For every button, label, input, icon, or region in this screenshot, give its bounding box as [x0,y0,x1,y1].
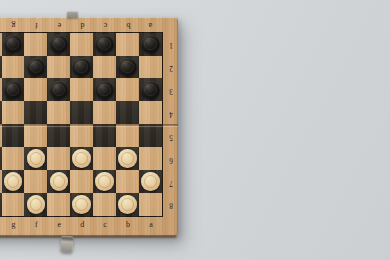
piece-white-f6[interactable] [27,149,46,168]
square-a1[interactable] [139,33,162,56]
file-label-top-g: g [2,20,25,30]
square-c1[interactable] [93,33,116,56]
square-e7[interactable] [47,170,70,193]
piece-black-g3[interactable] [4,81,23,100]
square-b1[interactable] [116,33,139,56]
square-d1[interactable] [70,33,93,56]
piece-white-g7[interactable] [4,172,23,191]
piece-white-a7[interactable] [141,172,160,191]
file-label-bottom-c: c [94,220,117,230]
square-g2[interactable] [2,56,25,79]
square-e3[interactable] [47,78,70,101]
rank-label-4: 4 [164,102,178,125]
piece-black-c3[interactable] [95,81,114,100]
piece-black-b2[interactable] [118,58,137,77]
square-f1[interactable] [24,33,47,56]
file-label-top-d: d [71,20,94,30]
hinge-icon [67,11,78,18]
square-c6[interactable] [93,147,116,170]
square-b2[interactable] [116,56,139,79]
square-a4[interactable] [139,101,162,124]
square-g5[interactable] [2,124,25,147]
square-c3[interactable] [93,78,116,101]
file-label-bottom-f: f [25,220,48,230]
square-e6[interactable] [47,147,70,170]
file-label-bottom-b: b [117,220,140,230]
file-label-top-b: b [117,20,140,30]
square-d8[interactable] [70,193,93,216]
piece-white-e7[interactable] [50,172,69,191]
file-label-bottom-d: d [71,220,94,230]
square-d6[interactable] [70,147,93,170]
square-g6[interactable] [2,147,25,170]
square-e4[interactable] [47,101,70,124]
checkerboard: hhggffeeddccbbaa12345678 [0,17,178,236]
square-c8[interactable] [93,193,116,216]
square-f5[interactable] [24,124,47,147]
file-label-top-f: f [25,20,48,30]
square-c2[interactable] [93,56,116,79]
square-g1[interactable] [2,33,25,56]
piece-black-f2[interactable] [27,58,46,77]
file-label-bottom-a: a [139,220,162,230]
square-f2[interactable] [24,56,47,79]
square-a7[interactable] [139,170,162,193]
square-e2[interactable] [47,56,70,79]
square-e8[interactable] [47,193,70,216]
square-b4[interactable] [116,101,139,124]
rank-label-3: 3 [164,79,178,102]
square-c5[interactable] [93,124,116,147]
square-f6[interactable] [24,147,47,170]
rank-label-5: 5 [164,125,178,148]
square-b3[interactable] [116,78,139,101]
rank-label-2: 2 [164,56,178,79]
square-d5[interactable] [70,124,93,147]
file-label-bottom-g: g [2,220,25,230]
square-d2[interactable] [70,56,93,79]
piece-white-b6[interactable] [118,149,137,168]
piece-black-a3[interactable] [141,81,160,100]
file-label-top-e: e [48,20,71,30]
square-e1[interactable] [47,33,70,56]
square-f3[interactable] [24,78,47,101]
square-c7[interactable] [93,170,116,193]
square-f8[interactable] [24,193,47,216]
piece-black-g1[interactable] [4,35,23,54]
file-label-top-c: c [94,20,117,30]
square-c4[interactable] [93,101,116,124]
piece-black-c1[interactable] [95,35,114,54]
piece-white-b8[interactable] [118,195,137,214]
square-a6[interactable] [139,147,162,170]
piece-black-e1[interactable] [50,35,69,54]
rank-label-1: 1 [164,33,178,56]
rank-label-6: 6 [164,148,178,171]
file-label-bottom-e: e [48,220,71,230]
piece-black-e3[interactable] [50,81,69,100]
square-e5[interactable] [47,124,70,147]
square-b5[interactable] [116,124,139,147]
piece-black-a1[interactable] [141,35,160,54]
piece-white-c7[interactable] [95,172,114,191]
board-bottom-edge [0,235,176,238]
square-b6[interactable] [116,147,139,170]
board-fold-seam [0,124,178,126]
file-label-top-a: a [139,20,162,30]
square-f7[interactable] [24,170,47,193]
square-g8[interactable] [2,193,25,216]
rank-label-8: 8 [164,193,178,216]
square-d4[interactable] [70,101,93,124]
square-g4[interactable] [2,101,25,124]
square-d3[interactable] [70,78,93,101]
clasp-icon [60,235,73,252]
piece-white-d6[interactable] [72,149,91,168]
piece-black-d2[interactable] [72,58,91,77]
square-g7[interactable] [2,170,25,193]
square-g3[interactable] [2,78,25,101]
square-a5[interactable] [139,124,162,147]
piece-white-f8[interactable] [27,195,46,214]
square-b7[interactable] [116,170,139,193]
piece-white-d8[interactable] [72,195,91,214]
photo-scene: hhggffeeddccbbaa12345678 [0,0,390,260]
square-a8[interactable] [139,193,162,216]
rank-label-7: 7 [164,171,178,194]
square-a2[interactable] [139,56,162,79]
square-f4[interactable] [24,101,47,124]
square-d7[interactable] [70,170,93,193]
square-a3[interactable] [139,78,162,101]
square-b8[interactable] [116,193,139,216]
